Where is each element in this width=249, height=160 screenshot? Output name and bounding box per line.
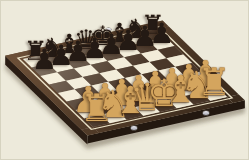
clasp-front-left	[131, 126, 137, 130]
chess-set-photo: ♜︎♞︎♝︎♛︎♚︎♝︎♞︎♜︎♟︎♟︎♟︎♟︎♟︎♟︎♟︎♟︎♟︎♟︎♟︎♟︎…	[0, 0, 249, 160]
clasp-front-right	[203, 111, 209, 115]
hinge-latch-far	[106, 28, 111, 31]
